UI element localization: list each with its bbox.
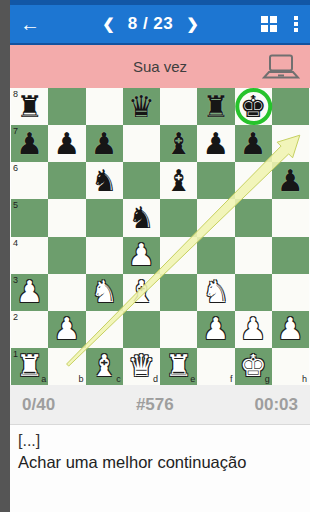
square-f4[interactable] [197, 237, 234, 274]
square-h4[interactable] [272, 237, 309, 274]
rank-label: 8 [13, 89, 18, 99]
piece-black-n: ♞ [86, 162, 123, 199]
top-app-bar: ← ❮ 8 / 23 ❯ [10, 5, 310, 45]
rank-label: 1 [13, 349, 18, 359]
square-d3[interactable]: ♝ [123, 274, 160, 311]
piece-white-q: ♛ [123, 348, 160, 385]
square-a7[interactable]: ♟7 [11, 125, 48, 162]
rank-label: 6 [13, 163, 18, 173]
square-b3[interactable] [48, 274, 85, 311]
square-h2[interactable]: ♟ [272, 311, 309, 348]
puzzle-grid-icon[interactable] [261, 16, 277, 32]
previous-puzzle-icon[interactable]: ❮ [102, 15, 115, 33]
square-d8[interactable]: ♛ [123, 88, 160, 125]
puzzle-counter: 8 / 23 [128, 14, 174, 34]
square-d2[interactable] [123, 311, 160, 348]
task-text: Achar uma melhor continuação [18, 453, 302, 472]
appbar-actions [261, 16, 298, 32]
piece-black-p: ♟ [235, 125, 272, 162]
square-e4[interactable] [160, 237, 197, 274]
square-a5[interactable]: 5 [11, 199, 48, 236]
square-g6[interactable] [235, 162, 272, 199]
square-a2[interactable]: 2 [11, 311, 48, 348]
chess-board: ♜8♛♜♚♟7♟♟♝♟♟6♞♝♟5♞4♟♟3♞♝♞2♟♟♟♟♜1ab♝c♛d♜e… [10, 88, 310, 385]
square-h1[interactable]: h [272, 348, 309, 385]
file-label: d [153, 374, 158, 384]
square-d1[interactable]: ♛d [123, 348, 160, 385]
turn-banner: Sua vez [10, 45, 310, 88]
square-c2[interactable] [86, 311, 123, 348]
square-e7[interactable]: ♝ [160, 125, 197, 162]
file-label: a [41, 374, 46, 384]
back-icon[interactable]: ← [20, 14, 40, 34]
square-e1[interactable]: ♜e [160, 348, 197, 385]
piece-black-p: ♟ [48, 125, 85, 162]
overflow-menu-icon[interactable] [294, 16, 298, 32]
square-e3[interactable] [160, 274, 197, 311]
square-h7[interactable] [272, 125, 309, 162]
app-screen: ← ❮ 8 / 23 ❯ Sua vez ♜8♛♜♚♟7♟♟♝♟♟6♞♝♟5♞4… [10, 0, 310, 512]
rank-label: 7 [13, 126, 18, 136]
piece-white-n: ♞ [86, 274, 123, 311]
square-c4[interactable] [86, 237, 123, 274]
rank-label: 3 [13, 275, 18, 285]
rank-label: 5 [13, 200, 18, 210]
square-g4[interactable] [235, 237, 272, 274]
square-f6[interactable] [197, 162, 234, 199]
square-g5[interactable] [235, 199, 272, 236]
piece-black-p: ♟ [86, 125, 123, 162]
piece-white-b: ♝ [123, 274, 160, 311]
timer: 00:03 [255, 395, 298, 415]
square-c1[interactable]: ♝c [86, 348, 123, 385]
piece-white-r: ♜ [160, 348, 197, 385]
square-f5[interactable] [197, 199, 234, 236]
puzzle-navigation: ❮ 8 / 23 ❯ [102, 14, 199, 34]
piece-black-n: ♞ [123, 199, 160, 236]
piece-white-n: ♞ [197, 274, 234, 311]
piece-white-p: ♟ [11, 274, 48, 311]
square-b6[interactable] [48, 162, 85, 199]
square-h8[interactable] [272, 88, 309, 125]
square-b4[interactable] [48, 237, 85, 274]
rank-label: 2 [13, 312, 18, 322]
square-c8[interactable] [86, 88, 123, 125]
piece-white-k: ♚ [235, 348, 272, 385]
square-f7[interactable]: ♟ [197, 125, 234, 162]
square-a1[interactable]: ♜1a [11, 348, 48, 385]
piece-white-p: ♟ [48, 311, 85, 348]
square-g8[interactable]: ♚ [235, 88, 272, 125]
piece-black-k: ♚ [235, 88, 272, 125]
square-a6[interactable]: 6 [11, 162, 48, 199]
piece-black-b: ♝ [160, 125, 197, 162]
piece-white-r: ♜ [11, 348, 48, 385]
piece-black-b: ♝ [160, 162, 197, 199]
square-c5[interactable] [86, 199, 123, 236]
piece-black-p: ♟ [11, 125, 48, 162]
file-label: h [302, 374, 307, 384]
piece-white-p: ♟ [197, 311, 234, 348]
square-c3[interactable]: ♞ [86, 274, 123, 311]
piece-white-p: ♟ [272, 311, 309, 348]
square-b2[interactable]: ♟ [48, 311, 85, 348]
progress-counter: 0/40 [22, 395, 55, 415]
square-b8[interactable] [48, 88, 85, 125]
square-g7[interactable]: ♟ [235, 125, 272, 162]
turn-text: Sua vez [133, 58, 187, 75]
square-e8[interactable] [160, 88, 197, 125]
square-g3[interactable] [235, 274, 272, 311]
square-e6[interactable]: ♝ [160, 162, 197, 199]
piece-black-r: ♜ [11, 88, 48, 125]
square-f8[interactable]: ♜ [197, 88, 234, 125]
piece-white-p: ♟ [235, 311, 272, 348]
square-d7[interactable] [123, 125, 160, 162]
square-b1[interactable]: b [48, 348, 85, 385]
square-b5[interactable] [48, 199, 85, 236]
square-c7[interactable]: ♟ [86, 125, 123, 162]
square-c6[interactable]: ♞ [86, 162, 123, 199]
piece-black-p: ♟ [272, 162, 309, 199]
status-bar: 0/40 #576 00:03 [10, 385, 310, 425]
piece-white-p: ♟ [123, 237, 160, 274]
file-label: f [230, 374, 233, 384]
square-f1[interactable]: f [197, 348, 234, 385]
square-d4[interactable]: ♟ [123, 237, 160, 274]
square-a4[interactable]: 4 [11, 237, 48, 274]
rank-label: 4 [13, 238, 18, 248]
move-list-placeholder: [...] [18, 432, 302, 450]
square-g1[interactable]: ♚g [235, 348, 272, 385]
square-d6[interactable] [123, 162, 160, 199]
piece-black-r: ♜ [197, 88, 234, 125]
piece-black-p: ♟ [197, 125, 234, 162]
square-a8[interactable]: ♜8 [11, 88, 48, 125]
file-label: g [265, 374, 270, 384]
square-f2[interactable]: ♟ [197, 311, 234, 348]
piece-white-b: ♝ [86, 348, 123, 385]
piece-black-q: ♛ [123, 88, 160, 125]
square-e5[interactable] [160, 199, 197, 236]
square-d5[interactable]: ♞ [123, 199, 160, 236]
file-label: c [116, 374, 121, 384]
square-b7[interactable]: ♟ [48, 125, 85, 162]
square-h6[interactable]: ♟ [272, 162, 309, 199]
square-a3[interactable]: ♟3 [11, 274, 48, 311]
solution-panel: [...] Achar uma melhor continuação [10, 425, 310, 479]
square-h5[interactable] [272, 199, 309, 236]
laptop-icon[interactable] [262, 54, 300, 84]
square-e2[interactable] [160, 311, 197, 348]
square-h3[interactable] [272, 274, 309, 311]
next-puzzle-icon[interactable]: ❯ [186, 15, 199, 33]
puzzle-id: #576 [136, 395, 174, 415]
file-label: b [78, 374, 83, 384]
square-f3[interactable]: ♞ [197, 274, 234, 311]
square-g2[interactable]: ♟ [235, 311, 272, 348]
file-label: e [190, 374, 195, 384]
